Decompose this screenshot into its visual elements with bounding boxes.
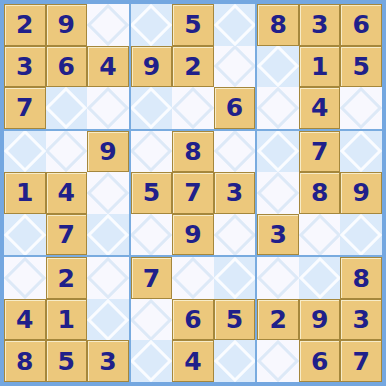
cell-r1c3[interactable]: [87, 4, 129, 46]
cell-r7c5[interactable]: [172, 257, 214, 299]
cell-r7c3[interactable]: [87, 257, 129, 299]
cell-r8c6: 5: [214, 299, 256, 341]
diamond-outline-icon: [214, 257, 256, 299]
cell-r3c8: 4: [299, 87, 341, 129]
cell-r8c4[interactable]: [131, 299, 173, 341]
cell-r6c1[interactable]: [4, 214, 46, 256]
cell-r7c8[interactable]: [299, 257, 341, 299]
cell-r4c9[interactable]: [340, 131, 382, 173]
cell-r3c1: 7: [4, 87, 46, 129]
cell-r4c6[interactable]: [214, 131, 256, 173]
cell-r5c4: 5: [131, 172, 173, 214]
cell-r5c7[interactable]: [257, 172, 299, 214]
sudoku-board: 2936475926836154914785739789324185376548…: [0, 0, 386, 386]
cell-r2c4: 9: [131, 46, 173, 88]
diamond-outline-icon: [214, 46, 256, 88]
cell-r4c1[interactable]: [4, 131, 46, 173]
cell-r8c1: 4: [4, 299, 46, 341]
diamond-outline-icon: [214, 4, 256, 46]
cell-r9c2: 5: [46, 340, 88, 382]
diamond-outline-icon: [4, 214, 46, 256]
cell-r9c9: 7: [340, 340, 382, 382]
diamond-outline-icon: [131, 87, 173, 129]
cell-r5c8: 8: [299, 172, 341, 214]
box-r1c1: 293647: [4, 4, 129, 129]
box-r3c3: 829367: [257, 257, 382, 382]
diamond-outline-icon: [340, 214, 382, 256]
cell-r7c1[interactable]: [4, 257, 46, 299]
cell-r7c4: 7: [131, 257, 173, 299]
cell-r8c9: 3: [340, 299, 382, 341]
diamond-outline-icon: [87, 172, 129, 214]
cell-r9c8: 6: [299, 340, 341, 382]
box-r2c1: 9147: [4, 131, 129, 256]
cell-r5c3[interactable]: [87, 172, 129, 214]
diamond-outline-icon: [172, 257, 214, 299]
cell-r1c6[interactable]: [214, 4, 256, 46]
cell-r1c8: 3: [299, 4, 341, 46]
box-r3c1: 241853: [4, 257, 129, 382]
diamond-outline-icon: [131, 131, 173, 173]
cell-r9c1: 8: [4, 340, 46, 382]
cell-r5c6: 3: [214, 172, 256, 214]
diamond-outline-icon: [4, 257, 46, 299]
cell-r9c6[interactable]: [214, 340, 256, 382]
diamond-outline-icon: [4, 131, 46, 173]
cell-r9c5: 4: [172, 340, 214, 382]
cell-r7c9: 8: [340, 257, 382, 299]
diamond-outline-icon: [87, 257, 129, 299]
cell-r8c8: 9: [299, 299, 341, 341]
diamond-outline-icon: [87, 4, 129, 46]
cell-r8c7: 2: [257, 299, 299, 341]
cell-r6c7: 3: [257, 214, 299, 256]
diamond-outline-icon: [340, 131, 382, 173]
cell-r6c5: 9: [172, 214, 214, 256]
diamond-outline-icon: [214, 131, 256, 173]
diamond-outline-icon: [257, 172, 299, 214]
cell-r8c3[interactable]: [87, 299, 129, 341]
diamond-outline-icon: [131, 4, 173, 46]
cell-r6c6[interactable]: [214, 214, 256, 256]
diamond-outline-icon: [172, 87, 214, 129]
diamond-outline-icon: [46, 87, 88, 129]
cell-r2c2: 6: [46, 46, 88, 88]
cell-r7c7[interactable]: [257, 257, 299, 299]
cell-r4c8: 7: [299, 131, 341, 173]
cell-r7c2: 2: [46, 257, 88, 299]
diamond-outline-icon: [131, 214, 173, 256]
diamond-outline-icon: [257, 46, 299, 88]
cell-r3c5[interactable]: [172, 87, 214, 129]
box-r1c2: 5926: [131, 4, 256, 129]
diamond-outline-icon: [214, 340, 256, 382]
cell-r3c3[interactable]: [87, 87, 129, 129]
cell-r5c2: 4: [46, 172, 88, 214]
diamond-outline-icon: [257, 340, 299, 382]
cell-r3c7[interactable]: [257, 87, 299, 129]
cell-r5c1: 1: [4, 172, 46, 214]
diamond-outline-icon: [257, 257, 299, 299]
cell-r6c4[interactable]: [131, 214, 173, 256]
diamond-outline-icon: [340, 87, 382, 129]
cell-r2c6[interactable]: [214, 46, 256, 88]
cell-r4c2[interactable]: [46, 131, 88, 173]
box-r2c2: 85739: [131, 131, 256, 256]
cell-r1c9: 6: [340, 4, 382, 46]
cell-r6c9[interactable]: [340, 214, 382, 256]
diamond-outline-icon: [257, 87, 299, 129]
diamond-outline-icon: [214, 214, 256, 256]
diamond-outline-icon: [131, 299, 173, 341]
cell-r4c4[interactable]: [131, 131, 173, 173]
box-r1c3: 836154: [257, 4, 382, 129]
cell-r1c7: 8: [257, 4, 299, 46]
diamond-outline-icon: [87, 87, 129, 129]
diamond-outline-icon: [46, 131, 88, 173]
diamond-outline-icon: [87, 299, 129, 341]
cell-r2c5: 2: [172, 46, 214, 88]
diamond-outline-icon: [299, 214, 341, 256]
cell-r3c9[interactable]: [340, 87, 382, 129]
cell-r2c7[interactable]: [257, 46, 299, 88]
cell-r2c3: 4: [87, 46, 129, 88]
cell-r6c8[interactable]: [299, 214, 341, 256]
cell-r6c2: 7: [46, 214, 88, 256]
cell-r3c6: 6: [214, 87, 256, 129]
cell-r3c2[interactable]: [46, 87, 88, 129]
diamond-outline-icon: [131, 340, 173, 382]
cell-r8c2: 1: [46, 299, 88, 341]
cell-r5c5: 7: [172, 172, 214, 214]
cell-r4c5: 8: [172, 131, 214, 173]
cell-r6c3[interactable]: [87, 214, 129, 256]
cell-r1c4[interactable]: [131, 4, 173, 46]
cell-r9c7[interactable]: [257, 340, 299, 382]
cell-r4c7[interactable]: [257, 131, 299, 173]
cell-r3c4[interactable]: [131, 87, 173, 129]
cell-r2c8: 1: [299, 46, 341, 88]
cell-r2c9: 5: [340, 46, 382, 88]
diamond-outline-icon: [87, 214, 129, 256]
box-r3c2: 7654: [131, 257, 256, 382]
cell-r8c5: 6: [172, 299, 214, 341]
diamond-outline-icon: [299, 257, 341, 299]
cell-r7c6[interactable]: [214, 257, 256, 299]
cell-r1c5: 5: [172, 4, 214, 46]
box-r2c3: 7893: [257, 131, 382, 256]
cell-r1c2: 9: [46, 4, 88, 46]
cell-r4c3: 9: [87, 131, 129, 173]
cell-r1c1: 2: [4, 4, 46, 46]
cell-r5c9: 9: [340, 172, 382, 214]
cell-r9c3: 3: [87, 340, 129, 382]
cell-r2c1: 3: [4, 46, 46, 88]
diamond-outline-icon: [257, 131, 299, 173]
cell-r9c4[interactable]: [131, 340, 173, 382]
